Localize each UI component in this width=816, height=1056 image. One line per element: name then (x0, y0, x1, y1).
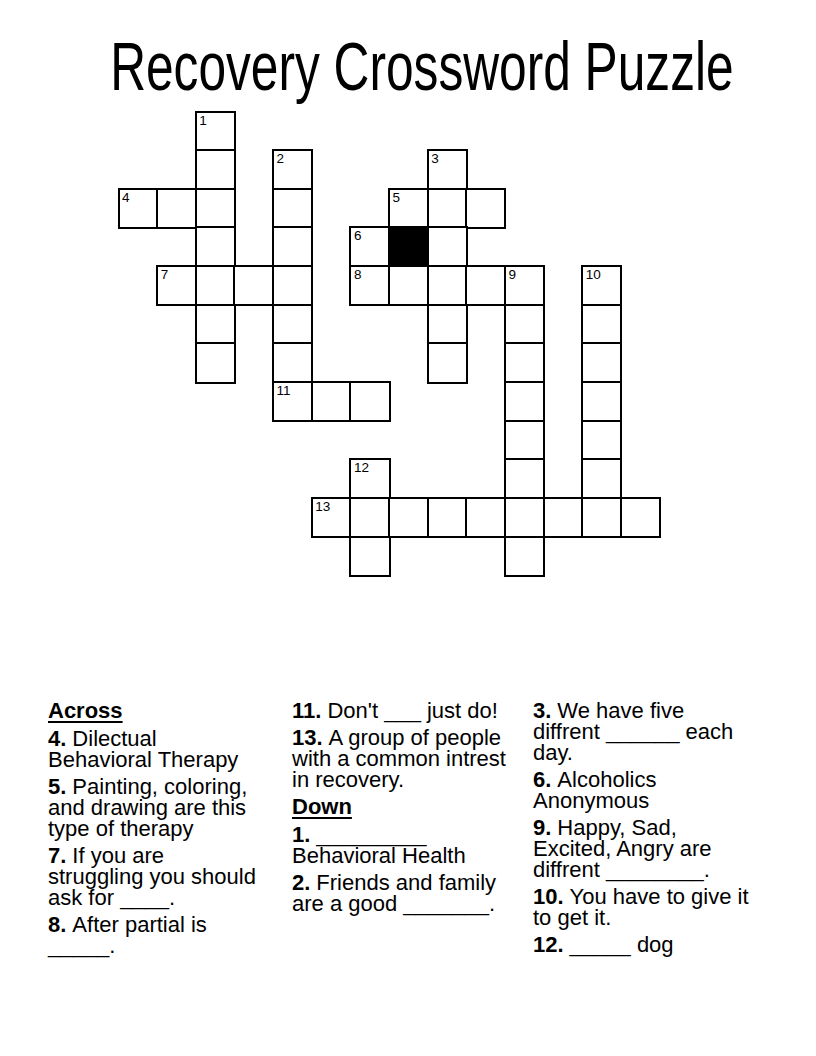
grid-cell-r5c2[interactable] (195, 304, 236, 345)
grid-cell-r1c8[interactable]: 3 (427, 149, 468, 190)
cell-number: 6 (354, 228, 362, 243)
grid-cell-r3c4[interactable] (272, 226, 313, 267)
grid-cell-r7c12[interactable] (581, 381, 622, 422)
grid-cell-r4c12[interactable]: 10 (581, 265, 622, 306)
clue-text: Dilectual Behavioral Therapy (48, 726, 238, 772)
grid-cell-r10c10[interactable] (504, 497, 545, 538)
grid-cell-r4c1[interactable]: 7 (156, 265, 197, 306)
grid-cell-r4c10[interactable]: 9 (504, 265, 545, 306)
grid-cell-r2c4[interactable] (272, 188, 313, 229)
clue-text: We have five diffrent ______ each day. (533, 698, 733, 765)
cell-number: 4 (122, 190, 130, 205)
grid-cell-r4c3[interactable] (233, 265, 274, 306)
cell-number: 3 (431, 151, 439, 166)
clues-column-2: 11.Don't ___ just do! 13.A group of peop… (292, 700, 520, 920)
clue-across-13: 13.A group of people with a common intre… (292, 727, 520, 790)
grid-cell-r4c7[interactable] (388, 265, 429, 306)
grid-cell-r10c13[interactable] (620, 497, 661, 538)
grid-cell-r7c5[interactable] (311, 381, 352, 422)
grid-cell-r7c4[interactable]: 11 (272, 381, 313, 422)
grid-cell-r4c2[interactable] (195, 265, 236, 306)
grid-cell-r9c10[interactable] (504, 458, 545, 499)
clue-down-2: 2.Friends and family are a good _______. (292, 872, 520, 914)
clue-text: Happy, Sad, Excited, Angry are diffrent … (533, 815, 712, 882)
blocked-cell (388, 226, 429, 267)
cell-number: 11 (277, 383, 291, 398)
clue-across-5: 5.Painting, coloring, and drawing are th… (48, 776, 276, 839)
grid-cell-r10c8[interactable] (427, 497, 468, 538)
grid-cell-r5c12[interactable] (581, 304, 622, 345)
grid-cell-r4c4[interactable] (272, 265, 313, 306)
cell-number: 7 (161, 267, 169, 282)
grid-cell-r3c8[interactable] (427, 226, 468, 267)
grid-cell-r11c10[interactable] (504, 536, 545, 577)
grid-cell-r8c10[interactable] (504, 420, 545, 461)
cell-number: 8 (354, 267, 362, 282)
grid-cell-r6c12[interactable] (581, 342, 622, 383)
grid-cell-r4c9[interactable] (465, 265, 506, 306)
grid-cell-r6c10[interactable] (504, 342, 545, 383)
clue-down-9: 9.Happy, Sad, Excited, Angry are diffren… (533, 817, 761, 880)
cell-number: 12 (354, 460, 369, 475)
clue-across-4: 4.Dilectual Behavioral Therapy (48, 728, 276, 770)
clue-down-12: 12._____ dog (533, 934, 761, 955)
clue-across-8: 8.After partial is _____. (48, 914, 276, 956)
grid-cell-r10c12[interactable] (581, 497, 622, 538)
clue-text: _________ Behavioral Health (292, 822, 466, 868)
grid-cell-r10c11[interactable] (543, 497, 584, 538)
grid-cell-r1c4[interactable]: 2 (272, 149, 313, 190)
grid-cell-r11c6[interactable] (349, 536, 390, 577)
grid-cell-r2c7[interactable]: 5 (388, 188, 429, 229)
grid-cell-r6c2[interactable] (195, 342, 236, 383)
grid-cell-r0c2[interactable]: 1 (195, 111, 236, 152)
clue-number-label: 12. (533, 932, 564, 957)
grid-cell-r2c0[interactable]: 4 (118, 188, 159, 229)
grid-cell-r4c8[interactable] (427, 265, 468, 306)
grid-cell-r7c6[interactable] (349, 381, 390, 422)
across-header: Across (48, 700, 276, 721)
grid-cell-r10c6[interactable] (349, 497, 390, 538)
grid-cell-r10c7[interactable] (388, 497, 429, 538)
clue-text: Friends and family are a good _______. (292, 870, 496, 916)
clue-text: You have to give it to get it. (533, 884, 749, 930)
clues-column-3: 3.We have five diffrent ______ each day.… (533, 700, 761, 961)
clue-text: After partial is _____. (48, 912, 207, 958)
cell-number: 9 (509, 267, 517, 282)
clue-down-6: 6.Alcoholics Anonymous (533, 769, 761, 811)
clue-down-10: 10.You have to give it to get it. (533, 886, 761, 928)
grid-cell-r2c1[interactable] (156, 188, 197, 229)
down-header: Down (292, 796, 520, 817)
grid-cell-r5c10[interactable] (504, 304, 545, 345)
clue-text: If you are struggling you should ask for… (48, 843, 256, 910)
grid-cell-r2c8[interactable] (427, 188, 468, 229)
grid-cell-r1c2[interactable] (195, 149, 236, 190)
grid-cell-r5c4[interactable] (272, 304, 313, 345)
cell-number: 13 (315, 499, 330, 514)
clue-text: A group of people with a common intrest … (292, 725, 506, 792)
grid-cell-r3c2[interactable] (195, 226, 236, 267)
clue-across-11: 11.Don't ___ just do! (292, 700, 520, 721)
grid-cell-r3c6[interactable]: 6 (349, 226, 390, 267)
grid-cell-r5c8[interactable] (427, 304, 468, 345)
grid-cell-r10c9[interactable] (465, 497, 506, 538)
cell-number: 2 (277, 151, 285, 166)
clue-text: _____ dog (570, 932, 674, 957)
grid-cell-r2c2[interactable] (195, 188, 236, 229)
cell-number: 5 (393, 190, 401, 205)
clue-across-7: 7.If you are struggling you should ask f… (48, 845, 276, 908)
clue-down-3: 3.We have five diffrent ______ each day. (533, 700, 761, 763)
clue-text: Painting, coloring, and drawing are this… (48, 774, 247, 841)
grid-cell-r6c4[interactable] (272, 342, 313, 383)
clue-text: Alcoholics Anonymous (533, 767, 656, 813)
grid-cell-r8c12[interactable] (581, 420, 622, 461)
cell-number: 1 (199, 113, 207, 128)
cell-number: 10 (586, 267, 601, 282)
clue-number-label: 11. (292, 698, 321, 723)
clues-column-1: Across 4.Dilectual Behavioral Therapy 5.… (48, 700, 276, 962)
grid-cell-r9c12[interactable] (581, 458, 622, 499)
grid-cell-r9c6[interactable]: 12 (349, 458, 390, 499)
clue-down-1: 1._________ Behavioral Health (292, 824, 520, 866)
clue-text: Don't ___ just do! (327, 698, 498, 723)
grid-cell-r2c9[interactable] (465, 188, 506, 229)
grid-cell-r6c8[interactable] (427, 342, 468, 383)
grid-cell-r7c10[interactable] (504, 381, 545, 422)
grid-cell-r4c6[interactable]: 8 (349, 265, 390, 306)
grid-cell-r10c5[interactable]: 13 (311, 497, 352, 538)
